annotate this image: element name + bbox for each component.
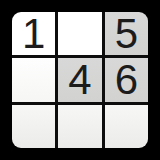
cell-r0c0[interactable]: 1 [12, 12, 55, 55]
sudoku-board: 1 5 4 6 [12, 12, 148, 148]
cell-r0c2[interactable]: 5 [105, 12, 148, 55]
cell-r2c1[interactable] [58, 105, 101, 148]
cell-r2c0[interactable] [12, 105, 55, 148]
icon-background: 1 5 4 6 [0, 0, 160, 160]
cell-r1c2[interactable]: 6 [105, 58, 148, 101]
cell-r1c0[interactable] [12, 58, 55, 101]
cell-r0c1[interactable] [58, 12, 101, 55]
cell-r2c2[interactable] [105, 105, 148, 148]
cell-r1c1[interactable]: 4 [58, 58, 101, 101]
